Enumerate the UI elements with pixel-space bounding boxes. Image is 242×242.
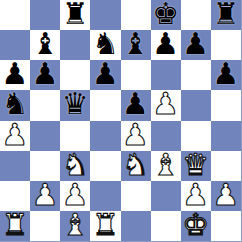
black-bishop-piece[interactable]: ♝ xyxy=(122,29,149,59)
black-knight-piece[interactable]: ♞ xyxy=(92,29,119,59)
square-d3[interactable] xyxy=(90,151,120,181)
black-pawn-piece[interactable]: ♟ xyxy=(92,59,119,89)
white-queen-piece[interactable]: ♛ xyxy=(182,150,209,180)
square-h5[interactable] xyxy=(211,90,241,120)
square-c1[interactable]: ♝ xyxy=(60,211,90,241)
white-rook-piece[interactable]: ♜ xyxy=(2,210,29,240)
black-rook-piece[interactable]: ♜ xyxy=(212,0,239,29)
square-d1[interactable]: ♜ xyxy=(90,211,120,241)
square-g5[interactable] xyxy=(181,90,211,120)
black-rook-piece[interactable]: ♜ xyxy=(62,0,89,29)
square-b2[interactable]: ♟ xyxy=(30,181,60,211)
black-king-piece[interactable]: ♚ xyxy=(152,0,179,29)
white-pawn-piece[interactable]: ♟ xyxy=(32,180,59,210)
square-h4[interactable] xyxy=(211,121,241,151)
square-c7[interactable] xyxy=(60,30,90,60)
white-pawn-piece[interactable]: ♟ xyxy=(152,89,179,119)
square-e2[interactable] xyxy=(121,181,151,211)
square-b5[interactable] xyxy=(30,90,60,120)
white-pawn-piece[interactable]: ♟ xyxy=(212,180,239,210)
white-pawn-piece[interactable]: ♟ xyxy=(182,180,209,210)
black-pawn-piece[interactable]: ♟ xyxy=(182,29,209,59)
black-pawn-piece[interactable]: ♟ xyxy=(152,29,179,59)
white-bishop-piece[interactable]: ♝ xyxy=(62,210,89,240)
square-f1[interactable] xyxy=(151,211,181,241)
square-a4[interactable]: ♟ xyxy=(0,121,30,151)
white-knight-piece[interactable]: ♞ xyxy=(62,150,89,180)
square-b6[interactable]: ♟ xyxy=(30,60,60,90)
square-e3[interactable]: ♞ xyxy=(121,151,151,181)
black-pawn-piece[interactable]: ♟ xyxy=(212,59,239,89)
square-g1[interactable]: ♚ xyxy=(181,211,211,241)
square-a8[interactable] xyxy=(0,0,30,30)
square-h8[interactable]: ♜ xyxy=(211,0,241,30)
white-rook-piece[interactable]: ♜ xyxy=(92,210,119,240)
square-f5[interactable]: ♟ xyxy=(151,90,181,120)
square-f3[interactable]: ♝ xyxy=(151,151,181,181)
chess-board-container: ♜♚♜♝♞♝♟♟♟♟♟♟♞♛♟♟♟♟♞♞♝♛♟♟♟♟♜♝♜♚ xyxy=(0,0,242,242)
square-d6[interactable]: ♟ xyxy=(90,60,120,90)
square-a1[interactable]: ♜ xyxy=(0,211,30,241)
white-pawn-piece[interactable]: ♟ xyxy=(2,120,29,150)
square-b4[interactable] xyxy=(30,121,60,151)
square-b1[interactable] xyxy=(30,211,60,241)
black-pawn-piece[interactable]: ♟ xyxy=(32,59,59,89)
square-a3[interactable] xyxy=(0,151,30,181)
square-c8[interactable]: ♜ xyxy=(60,0,90,30)
square-h2[interactable]: ♟ xyxy=(211,181,241,211)
black-knight-piece[interactable]: ♞ xyxy=(2,89,29,119)
square-g7[interactable]: ♟ xyxy=(181,30,211,60)
square-g6[interactable] xyxy=(181,60,211,90)
square-h6[interactable]: ♟ xyxy=(211,60,241,90)
black-bishop-piece[interactable]: ♝ xyxy=(32,29,59,59)
black-queen-piece[interactable]: ♛ xyxy=(62,89,89,119)
square-f2[interactable] xyxy=(151,181,181,211)
black-pawn-piece[interactable]: ♟ xyxy=(122,89,149,119)
chess-board: ♜♚♜♝♞♝♟♟♟♟♟♟♞♛♟♟♟♟♞♞♝♛♟♟♟♟♜♝♜♚ xyxy=(0,0,242,242)
white-pawn-piece[interactable]: ♟ xyxy=(122,120,149,150)
square-e7[interactable]: ♝ xyxy=(121,30,151,60)
square-d5[interactable] xyxy=(90,90,120,120)
square-c5[interactable]: ♛ xyxy=(60,90,90,120)
white-bishop-piece[interactable]: ♝ xyxy=(152,150,179,180)
white-knight-piece[interactable]: ♞ xyxy=(122,150,149,180)
white-pawn-piece[interactable]: ♟ xyxy=(62,180,89,210)
square-e1[interactable] xyxy=(121,211,151,241)
square-h1[interactable] xyxy=(211,211,241,241)
square-d4[interactable] xyxy=(90,121,120,151)
white-king-piece[interactable]: ♚ xyxy=(182,210,209,240)
square-f7[interactable]: ♟ xyxy=(151,30,181,60)
black-pawn-piece[interactable]: ♟ xyxy=(2,59,29,89)
